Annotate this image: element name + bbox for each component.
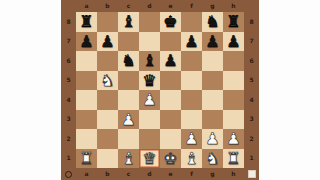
- square-h2[interactable]: ♟: [223, 129, 244, 149]
- square-d7[interactable]: [139, 32, 160, 52]
- square-e5[interactable]: [160, 71, 181, 91]
- black-queen[interactable]: ♛: [142, 71, 156, 91]
- white-square-icon[interactable]: [244, 168, 259, 180]
- square-f1[interactable]: ♝: [181, 149, 202, 169]
- rank-label-6-left: 6: [61, 51, 76, 71]
- square-f3[interactable]: [181, 110, 202, 130]
- file-label-e-bottom: e: [160, 168, 181, 180]
- rank-label-7-right: 7: [244, 32, 259, 52]
- white-square-icon: [248, 170, 256, 178]
- square-a2[interactable]: [76, 129, 97, 149]
- rank-label-7-left: 7: [61, 32, 76, 52]
- square-e2[interactable]: [160, 129, 181, 149]
- square-c3[interactable]: ♟: [118, 110, 139, 130]
- black-pawn[interactable]: ♟: [184, 32, 198, 52]
- file-label-h-top: h: [223, 0, 244, 12]
- black-pawn[interactable]: ♟: [205, 32, 219, 52]
- square-d1[interactable]: ♛: [139, 149, 160, 169]
- square-a6[interactable]: [76, 51, 97, 71]
- square-f5[interactable]: [181, 71, 202, 91]
- square-f8[interactable]: [181, 12, 202, 32]
- square-b3[interactable]: [97, 110, 118, 130]
- rank-label-5-left: 5: [61, 71, 76, 91]
- square-a1[interactable]: ♜: [76, 149, 97, 169]
- square-h5[interactable]: [223, 71, 244, 91]
- white-pawn[interactable]: ♟: [142, 90, 156, 110]
- file-label-a-top: a: [76, 0, 97, 12]
- square-c5[interactable]: [118, 71, 139, 91]
- square-d3[interactable]: [139, 110, 160, 130]
- file-label-f-bottom: f: [181, 168, 202, 180]
- square-b1[interactable]: [97, 149, 118, 169]
- white-queen[interactable]: ♛: [142, 149, 156, 169]
- rank-label-8-right: 8: [244, 12, 259, 32]
- square-d8[interactable]: [139, 12, 160, 32]
- square-d2[interactable]: [139, 129, 160, 149]
- square-g5[interactable]: [202, 71, 223, 91]
- white-rook[interactable]: ♜: [226, 149, 240, 169]
- square-e3[interactable]: [160, 110, 181, 130]
- square-g2[interactable]: ♟: [202, 129, 223, 149]
- black-pawn[interactable]: ♟: [100, 32, 114, 52]
- square-f4[interactable]: [181, 90, 202, 110]
- file-label-g-bottom: g: [202, 168, 223, 180]
- square-h8[interactable]: ♜: [223, 12, 244, 32]
- rank-label-8-left: 8: [61, 12, 76, 32]
- white-knight[interactable]: ♞: [205, 149, 219, 169]
- black-rook[interactable]: ♜: [226, 12, 240, 32]
- file-label-a-bottom: a: [76, 168, 97, 180]
- square-e1[interactable]: ♚: [160, 149, 181, 169]
- white-bishop[interactable]: ♝: [121, 149, 135, 169]
- white-pawn[interactable]: ♟: [226, 129, 240, 149]
- square-b2[interactable]: [97, 129, 118, 149]
- rank-label-4-left: 4: [61, 90, 76, 110]
- rank-label-3-right: 3: [244, 110, 259, 130]
- black-knight[interactable]: ♞: [205, 12, 219, 32]
- black-pawn[interactable]: ♟: [79, 32, 93, 52]
- white-pawn[interactable]: ♟: [205, 129, 219, 149]
- file-label-d-top: d: [139, 0, 160, 12]
- circle-icon[interactable]: [61, 168, 76, 180]
- file-label-b-top: b: [97, 0, 118, 12]
- square-h4[interactable]: [223, 90, 244, 110]
- rank-label-1-right: 1: [244, 149, 259, 169]
- rank-label-5-right: 5: [244, 71, 259, 91]
- black-rook[interactable]: ♜: [79, 12, 93, 32]
- border-corner-top-left: [61, 0, 76, 12]
- square-c6[interactable]: ♞: [118, 51, 139, 71]
- square-a5[interactable]: [76, 71, 97, 91]
- chess-board: abcdefgh8♜♝♚♞♜87♟♟♟♟♟76♞♝♟65♞♛54♟43♟32♟♟…: [61, 0, 259, 180]
- square-b5[interactable]: ♞: [97, 71, 118, 91]
- square-g6[interactable]: [202, 51, 223, 71]
- square-b6[interactable]: [97, 51, 118, 71]
- square-e7[interactable]: [160, 32, 181, 52]
- black-bishop[interactable]: ♝: [142, 51, 156, 71]
- square-d6[interactable]: ♝: [139, 51, 160, 71]
- rank-label-1-left: 1: [61, 149, 76, 169]
- file-label-e-top: e: [160, 0, 181, 12]
- file-label-c-top: c: [118, 0, 139, 12]
- border-corner-top-right: [244, 0, 259, 12]
- square-c7[interactable]: [118, 32, 139, 52]
- file-label-b-bottom: b: [97, 168, 118, 180]
- square-g8[interactable]: ♞: [202, 12, 223, 32]
- rank-label-2-right: 2: [244, 129, 259, 149]
- white-pawn[interactable]: ♟: [184, 129, 198, 149]
- square-g3[interactable]: [202, 110, 223, 130]
- square-e8[interactable]: ♚: [160, 12, 181, 32]
- white-knight[interactable]: ♞: [100, 71, 114, 91]
- square-h3[interactable]: [223, 110, 244, 130]
- square-a7[interactable]: ♟: [76, 32, 97, 52]
- square-b8[interactable]: [97, 12, 118, 32]
- file-label-c-bottom: c: [118, 168, 139, 180]
- square-c8[interactable]: ♝: [118, 12, 139, 32]
- black-pawn[interactable]: ♟: [163, 51, 177, 71]
- square-h7[interactable]: ♟: [223, 32, 244, 52]
- square-d4[interactable]: ♟: [139, 90, 160, 110]
- square-f2[interactable]: ♟: [181, 129, 202, 149]
- square-g7[interactable]: ♟: [202, 32, 223, 52]
- square-h6[interactable]: [223, 51, 244, 71]
- file-label-d-bottom: d: [139, 168, 160, 180]
- rank-label-3-left: 3: [61, 110, 76, 130]
- rank-label-2-left: 2: [61, 129, 76, 149]
- square-d5[interactable]: ♛: [139, 71, 160, 91]
- white-king[interactable]: ♚: [163, 149, 177, 169]
- black-knight[interactable]: ♞: [121, 51, 135, 71]
- square-a4[interactable]: [76, 90, 97, 110]
- square-c4[interactable]: [118, 90, 139, 110]
- white-pawn[interactable]: ♟: [121, 110, 135, 130]
- square-f6[interactable]: [181, 51, 202, 71]
- square-c1[interactable]: ♝: [118, 149, 139, 169]
- white-bishop[interactable]: ♝: [184, 149, 198, 169]
- square-e6[interactable]: ♟: [160, 51, 181, 71]
- square-g1[interactable]: ♞: [202, 149, 223, 169]
- black-pawn[interactable]: ♟: [226, 32, 240, 52]
- square-f7[interactable]: ♟: [181, 32, 202, 52]
- square-g4[interactable]: [202, 90, 223, 110]
- square-a3[interactable]: [76, 110, 97, 130]
- chess-app-stage: abcdefgh8♜♝♚♞♜87♟♟♟♟♟76♞♝♟65♞♛54♟43♟32♟♟…: [0, 0, 320, 180]
- square-a8[interactable]: ♜: [76, 12, 97, 32]
- square-h1[interactable]: ♜: [223, 149, 244, 169]
- file-label-h-bottom: h: [223, 168, 244, 180]
- file-label-g-top: g: [202, 0, 223, 12]
- white-rook[interactable]: ♜: [79, 149, 93, 169]
- square-b7[interactable]: ♟: [97, 32, 118, 52]
- file-label-f-top: f: [181, 0, 202, 12]
- rank-label-4-right: 4: [244, 90, 259, 110]
- square-e4[interactable]: [160, 90, 181, 110]
- black-king[interactable]: ♚: [163, 12, 177, 32]
- circle-icon: [65, 171, 72, 178]
- rank-label-6-right: 6: [244, 51, 259, 71]
- square-c2[interactable]: [118, 129, 139, 149]
- black-bishop[interactable]: ♝: [121, 12, 135, 32]
- square-b4[interactable]: [97, 90, 118, 110]
